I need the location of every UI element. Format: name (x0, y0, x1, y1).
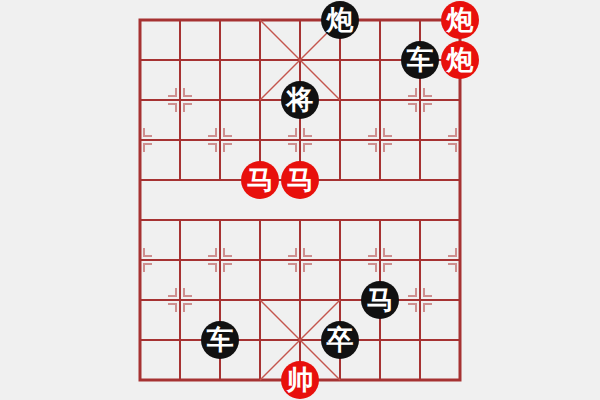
piece-black-cannon[interactable]: 炮 (321, 1, 359, 39)
piece-red-horse-2[interactable]: 马 (281, 161, 319, 199)
xiangqi-board[interactable]: 炮炮车炮将马马马车卒帅 (0, 0, 600, 400)
piece-red-horse-1[interactable]: 马 (241, 161, 279, 199)
piece-red-cannon-1[interactable]: 炮 (441, 1, 479, 39)
piece-red-cannon-2[interactable]: 炮 (441, 41, 479, 79)
piece-red-king[interactable]: 帅 (281, 361, 319, 399)
piece-black-chariot-2[interactable]: 车 (201, 321, 239, 359)
piece-black-horse[interactable]: 马 (361, 281, 399, 319)
piece-black-chariot-1[interactable]: 车 (401, 41, 439, 79)
piece-black-pawn[interactable]: 卒 (321, 321, 359, 359)
piece-black-general[interactable]: 将 (281, 81, 319, 119)
pieces-layer: 炮炮车炮将马马马车卒帅 (0, 0, 600, 400)
